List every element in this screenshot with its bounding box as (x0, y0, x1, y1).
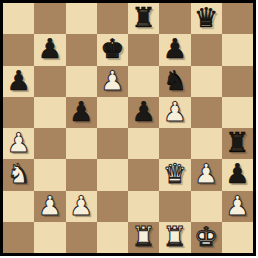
square-c5[interactable]: ♟ (66, 97, 97, 128)
square-f1[interactable]: ♜ (159, 222, 190, 253)
white-pawn[interactable]: ♟ (100, 67, 124, 94)
square-e1[interactable]: ♜ (128, 222, 159, 253)
white-pawn[interactable]: ♟ (38, 192, 62, 219)
square-c2[interactable]: ♟ (66, 191, 97, 222)
square-c7[interactable] (66, 34, 97, 65)
white-knight[interactable]: ♞ (7, 160, 31, 187)
square-a6[interactable]: ♟ (3, 66, 34, 97)
square-e7[interactable] (128, 34, 159, 65)
square-e3[interactable] (128, 159, 159, 190)
square-h3[interactable]: ♟ (222, 159, 253, 190)
square-d2[interactable] (97, 191, 128, 222)
square-d5[interactable] (97, 97, 128, 128)
square-b6[interactable] (34, 66, 65, 97)
square-f7[interactable]: ♟ (159, 34, 190, 65)
black-pawn[interactable]: ♟ (38, 35, 62, 62)
black-king[interactable]: ♚ (100, 35, 124, 62)
square-c3[interactable] (66, 159, 97, 190)
white-pawn[interactable]: ♟ (7, 129, 31, 156)
square-f2[interactable] (159, 191, 190, 222)
square-f6[interactable]: ♞ (159, 66, 190, 97)
square-d1[interactable] (97, 222, 128, 253)
square-f4[interactable] (159, 128, 190, 159)
square-g8[interactable]: ♛ (191, 3, 222, 34)
square-h2[interactable]: ♟ (222, 191, 253, 222)
white-rook[interactable]: ♜ (132, 223, 156, 250)
square-b1[interactable] (34, 222, 65, 253)
square-d6[interactable]: ♟ (97, 66, 128, 97)
square-f5[interactable]: ♟ (159, 97, 190, 128)
black-queen[interactable]: ♛ (194, 4, 218, 31)
square-d4[interactable] (97, 128, 128, 159)
white-king[interactable]: ♚ (194, 223, 218, 250)
white-rook[interactable]: ♜ (163, 223, 187, 250)
black-knight[interactable]: ♞ (163, 67, 187, 94)
square-g5[interactable] (191, 97, 222, 128)
square-f8[interactable] (159, 3, 190, 34)
square-b4[interactable] (34, 128, 65, 159)
square-b7[interactable]: ♟ (34, 34, 65, 65)
black-pawn[interactable]: ♟ (132, 98, 156, 125)
square-g3[interactable]: ♟ (191, 159, 222, 190)
square-h7[interactable] (222, 34, 253, 65)
square-e8[interactable]: ♜ (128, 3, 159, 34)
square-a4[interactable]: ♟ (3, 128, 34, 159)
square-g7[interactable] (191, 34, 222, 65)
square-g6[interactable] (191, 66, 222, 97)
square-g4[interactable] (191, 128, 222, 159)
square-c8[interactable] (66, 3, 97, 34)
square-b2[interactable]: ♟ (34, 191, 65, 222)
square-a3[interactable]: ♞ (3, 159, 34, 190)
black-pawn[interactable]: ♟ (7, 67, 31, 94)
square-b8[interactable] (34, 3, 65, 34)
square-a5[interactable] (3, 97, 34, 128)
black-rook[interactable]: ♜ (132, 4, 156, 31)
square-f3[interactable]: ♛ (159, 159, 190, 190)
square-d7[interactable]: ♚ (97, 34, 128, 65)
square-b5[interactable] (34, 97, 65, 128)
square-a1[interactable] (3, 222, 34, 253)
white-pawn[interactable]: ♟ (194, 160, 218, 187)
square-a7[interactable] (3, 34, 34, 65)
square-h1[interactable] (222, 222, 253, 253)
square-e5[interactable]: ♟ (128, 97, 159, 128)
square-h4[interactable]: ♜ (222, 128, 253, 159)
chess-board: ♜♛♟♚♟♟♟♞♟♟♟♟♜♞♛♟♟♟♟♟♜♜♚ (0, 0, 256, 256)
square-d3[interactable] (97, 159, 128, 190)
square-c4[interactable] (66, 128, 97, 159)
square-e4[interactable] (128, 128, 159, 159)
square-b3[interactable] (34, 159, 65, 190)
black-rook[interactable]: ♜ (225, 129, 249, 156)
black-pawn[interactable]: ♟ (69, 98, 93, 125)
white-pawn[interactable]: ♟ (69, 192, 93, 219)
square-h8[interactable] (222, 3, 253, 34)
square-c6[interactable] (66, 66, 97, 97)
black-pawn[interactable]: ♟ (225, 160, 249, 187)
square-e6[interactable] (128, 66, 159, 97)
white-pawn[interactable]: ♟ (163, 98, 187, 125)
chess-diagram: ♜♛♟♚♟♟♟♞♟♟♟♟♜♞♛♟♟♟♟♟♜♜♚ (0, 0, 258, 258)
square-c1[interactable] (66, 222, 97, 253)
square-a8[interactable] (3, 3, 34, 34)
square-e2[interactable] (128, 191, 159, 222)
white-queen[interactable]: ♛ (163, 160, 187, 187)
black-pawn[interactable]: ♟ (163, 35, 187, 62)
square-g2[interactable] (191, 191, 222, 222)
square-d8[interactable] (97, 3, 128, 34)
square-g1[interactable]: ♚ (191, 222, 222, 253)
white-pawn[interactable]: ♟ (225, 192, 249, 219)
square-a2[interactable] (3, 191, 34, 222)
square-h6[interactable] (222, 66, 253, 97)
square-h5[interactable] (222, 97, 253, 128)
